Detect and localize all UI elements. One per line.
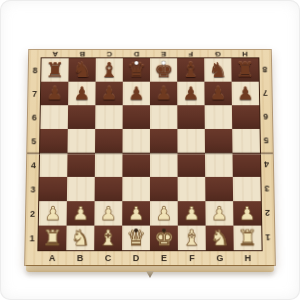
- square-d5: [123, 129, 150, 153]
- square-f7: ♟: [177, 82, 204, 106]
- piece-light-pawn: ♟: [122, 201, 150, 225]
- product-photo: ABCDEFGH 87654321 ♜♞♝♛♚♝♞♜♟♟♟♟♟♟♟♟♟♟♟♟♟♟…: [0, 0, 300, 300]
- square-c8: ♝: [96, 58, 123, 81]
- square-a5: [40, 129, 68, 153]
- square-c4: [95, 153, 123, 177]
- square-g4: [205, 153, 233, 177]
- piece-dark-rook: ♜: [231, 58, 258, 81]
- piece-light-pawn: ♟: [205, 201, 233, 225]
- piece-light-rook: ♜: [233, 226, 261, 251]
- square-e8: ♚: [150, 58, 177, 81]
- square-g2: ♟: [205, 201, 233, 225]
- file-label: E: [150, 50, 177, 58]
- file-label: H: [234, 250, 262, 265]
- square-a2: ♟: [39, 201, 67, 225]
- piece-dark-pawn: ♟: [41, 82, 69, 106]
- square-d3: [122, 177, 150, 201]
- square-a3: [39, 177, 67, 201]
- square-a7: ♟: [41, 82, 69, 106]
- piece-dark-queen: ♛: [123, 58, 150, 81]
- piece-dark-pawn: ♟: [95, 82, 122, 106]
- rank-label: 3: [260, 177, 273, 201]
- piece-light-king: ♚: [150, 226, 178, 251]
- square-e3: [150, 177, 178, 201]
- metal-clasp-icon: [145, 271, 155, 278]
- board-front-edge: [26, 265, 274, 272]
- rank-label: 3: [26, 177, 39, 201]
- piece-light-pawn: ♟: [94, 201, 122, 225]
- piece-light-pawn: ♟: [39, 201, 67, 225]
- square-c2: ♟: [94, 201, 122, 225]
- file-label: B: [66, 250, 94, 265]
- square-b5: [68, 129, 96, 153]
- piece-dark-rook: ♜: [41, 58, 68, 81]
- square-f4: [177, 153, 205, 177]
- piece-light-bishop: ♝: [94, 226, 122, 251]
- file-label: B: [69, 50, 96, 58]
- board-wrap: ABCDEFGH 87654321 ♜♞♝♛♚♝♞♜♟♟♟♟♟♟♟♟♟♟♟♟♟♟…: [25, 50, 275, 272]
- square-f6: [177, 105, 204, 129]
- square-g5: [205, 129, 233, 153]
- rank-label: 2: [26, 201, 39, 225]
- piece-dark-pawn: ♟: [150, 82, 177, 106]
- piece-light-pawn: ♟: [233, 201, 261, 225]
- square-d6: [123, 105, 150, 129]
- rank-label: 8: [29, 58, 42, 81]
- rank-label: 1: [261, 226, 274, 251]
- rank-label: 7: [28, 82, 41, 106]
- rank-label: 7: [259, 82, 272, 106]
- square-f2: ♟: [178, 201, 206, 225]
- file-label: E: [150, 250, 178, 265]
- square-d7: ♟: [123, 82, 150, 106]
- square-d1: ♛: [122, 226, 150, 251]
- rank-label: 8: [258, 58, 271, 81]
- square-b7: ♟: [68, 82, 95, 106]
- square-f3: [178, 177, 206, 201]
- piece-dark-pawn: ♟: [177, 82, 204, 106]
- square-h6: [232, 105, 260, 129]
- square-b3: [67, 177, 95, 201]
- square-f5: [177, 129, 205, 153]
- square-c6: [95, 105, 122, 129]
- piece-light-pawn: ♟: [178, 201, 206, 225]
- square-b8: ♞: [68, 58, 95, 81]
- rank-label: 4: [27, 153, 40, 177]
- square-h4: [232, 153, 260, 177]
- square-e6: [150, 105, 177, 129]
- piece-light-rook: ♜: [38, 226, 66, 251]
- square-e1: ♚: [150, 226, 178, 251]
- file-label: A: [38, 250, 66, 265]
- piece-dark-bishop: ♝: [96, 58, 123, 81]
- chess-board: ABCDEFGH 87654321 ♜♞♝♛♚♝♞♜♟♟♟♟♟♟♟♟♟♟♟♟♟♟…: [25, 50, 275, 265]
- top-file-labels: ABCDEFGH: [42, 50, 259, 58]
- piece-dark-bishop: ♝: [177, 58, 204, 81]
- piece-dark-pawn: ♟: [204, 82, 231, 106]
- file-label: G: [204, 50, 231, 58]
- square-a4: [40, 153, 68, 177]
- bottom-file-labels: ABCDEFGH: [38, 250, 262, 265]
- square-b1: ♞: [66, 226, 94, 251]
- square-h3: [233, 177, 261, 201]
- piece-dark-king: ♚: [150, 58, 177, 81]
- square-c3: [95, 177, 123, 201]
- rank-label: 5: [27, 129, 40, 153]
- file-label: C: [96, 50, 123, 58]
- file-label: F: [177, 50, 204, 58]
- piece-dark-pawn: ♟: [68, 82, 95, 106]
- square-a1: ♜: [38, 226, 66, 251]
- square-b6: [68, 105, 96, 129]
- square-f8: ♝: [177, 58, 204, 81]
- square-h2: ♟: [233, 201, 261, 225]
- square-g7: ♟: [204, 82, 231, 106]
- square-h7: ♟: [232, 82, 260, 106]
- piece-light-pawn: ♟: [67, 201, 95, 225]
- piece-light-knight: ♞: [66, 226, 94, 251]
- piece-dark-pawn: ♟: [123, 82, 150, 106]
- square-h1: ♜: [233, 226, 261, 251]
- piece-light-bishop: ♝: [178, 226, 206, 251]
- piece-light-queen: ♛: [122, 226, 150, 251]
- rank-label: 4: [260, 153, 273, 177]
- square-e7: ♟: [150, 82, 177, 106]
- square-g8: ♞: [204, 58, 231, 81]
- piece-dark-pawn: ♟: [232, 82, 260, 106]
- rank-label: 5: [260, 129, 273, 153]
- square-g3: [205, 177, 233, 201]
- rank-label: 1: [25, 226, 38, 251]
- square-d8: ♛: [123, 58, 150, 81]
- square-g6: [205, 105, 233, 129]
- file-label: G: [206, 250, 234, 265]
- square-d4: [122, 153, 150, 177]
- square-b2: ♟: [67, 201, 95, 225]
- file-label: A: [42, 50, 69, 58]
- square-d2: ♟: [122, 201, 150, 225]
- file-label: C: [94, 250, 122, 265]
- square-b4: [67, 153, 95, 177]
- rank-label: 6: [28, 105, 41, 129]
- piece-light-knight: ♞: [206, 226, 234, 251]
- rank-label: 2: [261, 201, 274, 225]
- square-e2: ♟: [150, 201, 178, 225]
- piece-light-pawn: ♟: [150, 201, 178, 225]
- square-c5: [95, 129, 123, 153]
- file-label: D: [122, 250, 150, 265]
- square-g1: ♞: [206, 226, 234, 251]
- hinge-seam: [27, 152, 273, 155]
- file-label: D: [123, 50, 150, 58]
- file-label: F: [178, 250, 206, 265]
- square-f1: ♝: [178, 226, 206, 251]
- square-e4: [150, 153, 178, 177]
- square-a8: ♜: [41, 58, 68, 81]
- rank-label: 6: [259, 105, 272, 129]
- square-e5: [150, 129, 177, 153]
- square-c7: ♟: [95, 82, 122, 106]
- piece-dark-knight: ♞: [68, 58, 95, 81]
- file-label: H: [231, 50, 258, 58]
- square-a6: [40, 105, 68, 129]
- square-h8: ♜: [231, 58, 258, 81]
- piece-dark-knight: ♞: [204, 58, 231, 81]
- square-c1: ♝: [94, 226, 122, 251]
- square-h5: [232, 129, 260, 153]
